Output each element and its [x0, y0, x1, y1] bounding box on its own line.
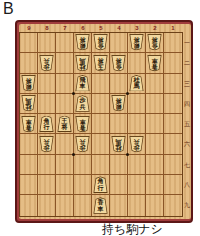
square-2-9 [146, 195, 164, 215]
square-4-7 [110, 155, 128, 175]
square-8-8 [38, 175, 56, 195]
rank-label-4: 四 [183, 94, 191, 114]
piece-knight-sente: 桂馬 [129, 75, 144, 92]
square-1-5 [164, 114, 182, 134]
square-9-2 [20, 53, 38, 73]
rank-label-9: 九 [183, 195, 191, 215]
square-7-8 [56, 175, 74, 195]
square-2-2: 香車 [146, 53, 164, 73]
square-1-1 [164, 33, 182, 53]
piece-gold-gote: 金将 [111, 55, 126, 72]
piece-pawn-sente: 歩兵 [75, 95, 90, 112]
rank-label-6: 六 [183, 134, 191, 154]
board-frame: 987654321 銀将金将銀将金将歩兵桂馬玉将金将香車銀将飛車桂馬桂馬歩兵銀将… [15, 20, 193, 223]
piece-king-gote: 玉将 [93, 55, 108, 72]
square-1-6 [164, 134, 182, 154]
square-6-9 [74, 195, 92, 215]
rank-label-7: 七 [183, 155, 191, 175]
board-wood-panel: 987654321 銀将金将銀将金将歩兵桂馬玉将金将香車銀将飛車桂馬桂馬歩兵銀将… [19, 24, 191, 219]
square-9-8 [20, 175, 38, 195]
piece-lance-gote: 香車 [21, 116, 36, 133]
square-4-5 [110, 114, 128, 134]
shogi-grid: 銀将金将銀将金将歩兵桂馬玉将金将香車銀将飛車桂馬桂馬歩兵銀将香車角行王将香車歩兵… [19, 32, 183, 217]
square-8-3 [38, 74, 56, 94]
rank-label-2: 二 [183, 53, 191, 73]
square-6-4: 歩兵 [74, 94, 92, 114]
rank-label-5: 五 [183, 114, 191, 134]
square-5-7 [92, 155, 110, 175]
piece-bishop-sente: 角行 [39, 116, 54, 133]
square-1-8 [164, 175, 182, 195]
square-1-4 [164, 94, 182, 114]
square-9-4: 桂馬 [20, 94, 38, 114]
piece-pawn-gote: 歩兵 [129, 136, 144, 153]
hoshi-dot [72, 92, 75, 95]
square-3-7 [128, 155, 146, 175]
file-label-7: 7 [56, 24, 74, 32]
piece-gold-gote: 金将 [93, 34, 108, 51]
hand-caption: 持ち駒ナシ [102, 222, 163, 236]
square-6-7 [74, 155, 92, 175]
piece-knight-gote: 桂馬 [75, 55, 90, 72]
square-6-5: 香車 [74, 114, 92, 134]
square-3-6: 歩兵 [128, 134, 146, 154]
rank-coordinates: 一二三四五六七八九 [183, 33, 191, 217]
square-8-5: 角行 [38, 114, 56, 134]
hoshi-dot [72, 153, 75, 156]
square-5-5 [92, 114, 110, 134]
square-4-2: 金将 [110, 53, 128, 73]
square-9-9 [20, 195, 38, 215]
square-7-9 [56, 195, 74, 215]
square-4-4: 銀将 [110, 94, 128, 114]
square-3-8 [128, 175, 146, 195]
square-7-5: 王将 [56, 114, 74, 134]
square-6-6: 歩兵 [74, 134, 92, 154]
piece-knight-gote: 桂馬 [21, 95, 36, 112]
file-label-2: 2 [146, 24, 164, 32]
square-7-6 [56, 134, 74, 154]
square-2-5 [146, 114, 164, 134]
square-9-3: 銀将 [20, 74, 38, 94]
file-label-8: 8 [38, 24, 56, 32]
square-7-2 [56, 53, 74, 73]
hoshi-dot [126, 92, 129, 95]
file-label-4: 4 [110, 24, 128, 32]
piece-pawn-gote: 歩兵 [39, 55, 54, 72]
piece-silver-gote: 銀将 [75, 34, 90, 51]
piece-pawn-gote: 歩兵 [39, 136, 54, 153]
square-3-1: 銀将 [128, 33, 146, 53]
square-6-8 [74, 175, 92, 195]
square-2-3 [146, 74, 164, 94]
square-6-3: 飛車 [74, 74, 92, 94]
square-8-7 [38, 155, 56, 175]
square-5-2: 玉将 [92, 53, 110, 73]
piece-silver-gote: 銀将 [21, 75, 36, 92]
square-8-9 [38, 195, 56, 215]
square-9-5: 香車 [20, 114, 38, 134]
square-5-1: 金将 [92, 33, 110, 53]
square-1-3 [164, 74, 182, 94]
square-6-2: 桂馬 [74, 53, 92, 73]
square-4-9 [110, 195, 128, 215]
piece-bishop-sente: 角行 [93, 176, 108, 193]
diagram-label: B [3, 0, 14, 18]
rank-label-3: 三 [183, 74, 191, 94]
square-3-2 [128, 53, 146, 73]
file-coordinates: 987654321 [20, 24, 191, 32]
square-2-4 [146, 94, 164, 114]
square-2-6 [146, 134, 164, 154]
piece-lance-gote: 香車 [75, 116, 90, 133]
square-5-4 [92, 94, 110, 114]
square-4-6: 桂馬 [110, 134, 128, 154]
square-3-5 [128, 114, 146, 134]
piece-lance-gote: 香車 [147, 55, 162, 72]
piece-silver-gote: 銀将 [129, 34, 144, 51]
hoshi-dot [126, 153, 129, 156]
piece-rook-sente: 飛車 [75, 75, 90, 92]
square-2-8 [146, 175, 164, 195]
square-6-1: 銀将 [74, 33, 92, 53]
square-8-6: 歩兵 [38, 134, 56, 154]
square-4-8 [110, 175, 128, 195]
square-9-7 [20, 155, 38, 175]
square-4-3 [110, 74, 128, 94]
square-8-4 [38, 94, 56, 114]
piece-king-sente: 王将 [57, 116, 72, 133]
square-2-1: 金将 [146, 33, 164, 53]
square-5-9: 香車 [92, 195, 110, 215]
square-2-7 [146, 155, 164, 175]
piece-knight-gote: 桂馬 [111, 136, 126, 153]
square-7-1 [56, 33, 74, 53]
grid-wrap: 銀将金将銀将金将歩兵桂馬玉将金将香車銀将飛車桂馬桂馬歩兵銀将香車角行王将香車歩兵… [19, 32, 183, 217]
square-1-7 [164, 155, 182, 175]
piece-gold-gote: 金将 [147, 34, 162, 51]
square-7-4 [56, 94, 74, 114]
square-5-6 [92, 134, 110, 154]
square-3-3: 桂馬 [128, 74, 146, 94]
file-label-9: 9 [20, 24, 38, 32]
piece-pawn-gote: 歩兵 [75, 136, 90, 153]
square-5-3 [92, 74, 110, 94]
square-7-7 [56, 155, 74, 175]
rank-label-1: 一 [183, 33, 191, 53]
square-4-1 [110, 33, 128, 53]
square-8-2: 歩兵 [38, 53, 56, 73]
rank-label-8: 八 [183, 175, 191, 195]
square-5-8: 角行 [92, 175, 110, 195]
file-label-5: 5 [92, 24, 110, 32]
file-label-3: 3 [128, 24, 146, 32]
piece-silver-gote: 銀将 [111, 95, 126, 112]
square-3-9 [128, 195, 146, 215]
square-1-9 [164, 195, 182, 215]
square-7-3 [56, 74, 74, 94]
square-9-6 [20, 134, 38, 154]
square-8-1 [38, 33, 56, 53]
piece-lance-sente: 香車 [93, 197, 108, 214]
square-3-4 [128, 94, 146, 114]
square-1-2 [164, 53, 182, 73]
square-9-1 [20, 33, 38, 53]
file-label-6: 6 [74, 24, 92, 32]
file-label-1: 1 [164, 24, 182, 32]
